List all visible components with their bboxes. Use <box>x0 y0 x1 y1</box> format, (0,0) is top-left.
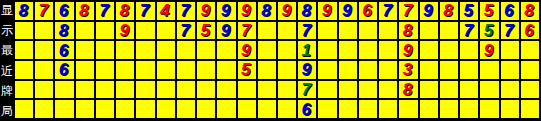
board-cell-r6c4 <box>76 100 94 118</box>
board-cell-r6c13 <box>258 100 276 118</box>
board-cell-r5c17 <box>339 81 357 99</box>
board-cell-r5c15: 7 <box>298 81 316 99</box>
board-cell-r4c17 <box>339 61 357 79</box>
board-cell-r6c11 <box>217 100 235 118</box>
board-cell-r1c5: 7 <box>96 2 114 20</box>
result-digit: 8 <box>18 2 27 19</box>
board-cell-r5c4 <box>76 81 94 99</box>
board-cell-r3c4 <box>76 41 94 59</box>
board-cell-r5c8 <box>157 81 175 99</box>
board-cell-r6c12 <box>238 100 256 118</box>
board-cell-r2c3: 8 <box>55 22 73 40</box>
board-cell-r2c16 <box>318 22 336 40</box>
board-cell-r4c7 <box>136 61 154 79</box>
board-cell-r4c4 <box>76 61 94 79</box>
board-cell-r5c13 <box>258 81 276 99</box>
board-cell-r5c1 <box>15 81 33 99</box>
board-cell-r6c6 <box>116 100 134 118</box>
board-cell-r4c25 <box>501 61 519 79</box>
title-char-1: 显 <box>0 0 14 20</box>
board-cell-r6c7 <box>136 100 154 118</box>
result-digit: 7 <box>140 2 149 19</box>
board-cell-r3c26 <box>521 41 539 59</box>
board-cell-r5c24 <box>480 81 498 99</box>
board-cell-r1c9: 7 <box>177 2 195 20</box>
board-cell-r6c8 <box>157 100 175 118</box>
board-cell-r4c2 <box>35 61 53 79</box>
board-cell-r4c8 <box>157 61 175 79</box>
board-cell-r2c8 <box>157 22 175 40</box>
board-cell-r6c18 <box>359 100 377 118</box>
result-digit: 7 <box>504 22 513 39</box>
board-cell-r5c22 <box>440 81 458 99</box>
board-cell-r3c15: 1 <box>298 41 316 59</box>
board-cell-r2c14 <box>278 22 296 40</box>
board-cell-r3c5 <box>96 41 114 59</box>
title-char-2: 示 <box>0 20 14 40</box>
board-cell-r5c23 <box>460 81 478 99</box>
board-cell-r3c18 <box>359 41 377 59</box>
result-digit: 6 <box>524 22 533 39</box>
board-cell-r3c3: 6 <box>55 41 73 59</box>
result-digit: 9 <box>281 2 290 19</box>
board-cell-r3c21 <box>420 41 438 59</box>
board-cell-r5c5 <box>96 81 114 99</box>
board-cell-r2c19 <box>379 22 397 40</box>
board-cell-r1c8: 4 <box>157 2 175 20</box>
board-cell-r3c9 <box>177 41 195 59</box>
board-cell-r3c11 <box>217 41 235 59</box>
board-cell-r6c5 <box>96 100 114 118</box>
board-cell-r5c25 <box>501 81 519 99</box>
board-cell-r5c14 <box>278 81 296 99</box>
board-cell-r6c17 <box>339 100 357 118</box>
board-cell-r3c24: 9 <box>480 41 498 59</box>
board-cell-r6c25 <box>501 100 519 118</box>
result-digit: 7 <box>39 2 48 19</box>
result-digit: 8 <box>120 2 129 19</box>
board-cell-r3c1 <box>15 41 33 59</box>
result-digit: 8 <box>403 81 412 98</box>
board-cell-r1c1: 8 <box>15 2 33 20</box>
board-cell-r5c9 <box>177 81 195 99</box>
board-cell-r6c15: 6 <box>298 100 316 118</box>
result-digit: 8 <box>59 22 68 39</box>
board-cell-r1c13: 8 <box>258 2 276 20</box>
board-cell-r3c10 <box>197 41 215 59</box>
board-cell-r3c25 <box>501 41 519 59</box>
board-cell-r1c17: 9 <box>339 2 357 20</box>
board-cell-r2c13 <box>258 22 276 40</box>
result-digit: 8 <box>79 2 88 19</box>
result-digit: 9 <box>221 2 230 19</box>
board-cell-r4c18 <box>359 61 377 79</box>
result-digit: 6 <box>59 2 68 19</box>
board-cell-r3c12: 9 <box>238 41 256 59</box>
board-cell-r2c6: 9 <box>116 22 134 40</box>
board-cell-r2c17 <box>339 22 357 40</box>
result-digit: 6 <box>59 61 68 78</box>
board-cell-r4c5 <box>96 61 114 79</box>
board-cell-r4c24 <box>480 61 498 79</box>
board-cell-r6c9 <box>177 100 195 118</box>
result-digit: 9 <box>200 2 209 19</box>
board-cell-r4c21 <box>420 61 438 79</box>
board-cell-r5c16 <box>318 81 336 99</box>
board-cell-r6c22 <box>440 100 458 118</box>
result-digit: 9 <box>403 42 412 59</box>
board-cell-r1c10: 9 <box>197 2 215 20</box>
board-cell-r6c23 <box>460 100 478 118</box>
result-digit: 7 <box>302 22 311 39</box>
board-cell-r5c11 <box>217 81 235 99</box>
result-digit: 8 <box>403 22 412 39</box>
board-cell-r1c12: 9 <box>238 2 256 20</box>
board-cell-r2c2 <box>35 22 53 40</box>
board-cell-r1c3: 6 <box>55 2 73 20</box>
board-cell-r4c9 <box>177 61 195 79</box>
board-cell-r3c20: 9 <box>399 41 417 59</box>
result-digit: 7 <box>463 22 472 39</box>
result-digit: 1 <box>302 42 311 59</box>
board-cell-r1c21: 9 <box>420 2 438 20</box>
board-cell-r5c6 <box>116 81 134 99</box>
board-cell-r6c19 <box>379 100 397 118</box>
result-digit: 8 <box>302 2 311 19</box>
board-cell-r2c20: 8 <box>399 22 417 40</box>
board-cell-r3c19 <box>379 41 397 59</box>
result-digit: 9 <box>342 2 351 19</box>
board-cell-r2c4 <box>76 22 94 40</box>
board-cell-r6c3 <box>55 100 73 118</box>
board-cell-r4c6 <box>116 61 134 79</box>
board-cell-r1c15: 8 <box>298 2 316 20</box>
board-cell-r5c18 <box>359 81 377 99</box>
board-cell-r1c11: 9 <box>217 2 235 20</box>
title-char-3: 最 <box>0 40 14 60</box>
board-cell-r6c21 <box>420 100 438 118</box>
board-cell-r6c1 <box>15 100 33 118</box>
board-cell-r3c22 <box>440 41 458 59</box>
result-digit: 9 <box>241 2 250 19</box>
board-cell-r1c19: 7 <box>379 2 397 20</box>
result-digit: 4 <box>160 2 169 19</box>
result-digit: 6 <box>59 42 68 59</box>
board-cell-r5c19 <box>379 81 397 99</box>
board-cell-r1c23: 5 <box>460 2 478 20</box>
board-cell-r2c5 <box>96 22 114 40</box>
result-digit: 9 <box>302 61 311 78</box>
board-cell-r6c24 <box>480 100 498 118</box>
board-cell-r2c23: 7 <box>460 22 478 40</box>
board-cell-r2c1 <box>15 22 33 40</box>
result-digit: 5 <box>463 2 472 19</box>
board-cell-r6c10 <box>197 100 215 118</box>
result-digit: 6 <box>362 2 371 19</box>
result-digit: 9 <box>241 42 250 59</box>
board-cell-r1c26: 8 <box>521 2 539 20</box>
board-cell-r2c24: 5 <box>480 22 498 40</box>
result-digit: 7 <box>302 81 311 98</box>
board-cell-r1c20: 7 <box>399 2 417 20</box>
board-cell-r4c23 <box>460 61 478 79</box>
result-digit: 9 <box>120 22 129 39</box>
board-cell-r6c26 <box>521 100 539 118</box>
board-cell-r1c14: 9 <box>278 2 296 20</box>
board-cell-r4c14 <box>278 61 296 79</box>
board-cell-r1c22: 8 <box>440 2 458 20</box>
board-cell-r4c3: 6 <box>55 61 73 79</box>
board-cell-r3c17 <box>339 41 357 59</box>
result-digit: 8 <box>261 2 270 19</box>
board-cell-r3c13 <box>258 41 276 59</box>
board-cell-r4c20: 3 <box>399 61 417 79</box>
board-cell-r6c16 <box>318 100 336 118</box>
board-cell-r1c7: 7 <box>136 2 154 20</box>
result-digit: 7 <box>383 2 392 19</box>
title-char-6: 局 <box>0 101 14 121</box>
result-digit: 7 <box>403 2 412 19</box>
board-cell-r3c23 <box>460 41 478 59</box>
board-cell-r1c16: 9 <box>318 2 336 20</box>
result-digit: 5 <box>200 22 209 39</box>
board-cell-r2c18 <box>359 22 377 40</box>
board-cell-r4c13 <box>258 61 276 79</box>
result-digit: 6 <box>504 2 513 19</box>
result-digit: 9 <box>423 2 432 19</box>
result-digit: 8 <box>443 2 452 19</box>
board-cell-r6c20 <box>399 100 417 118</box>
recent-games-board: 显示最近牌局 876878747999898996779855688975977… <box>0 0 541 121</box>
board-cell-r1c25: 6 <box>501 2 519 20</box>
board-cell-r4c22 <box>440 61 458 79</box>
board-cell-r3c6 <box>116 41 134 59</box>
board-cell-r2c25: 7 <box>501 22 519 40</box>
result-digit: 9 <box>221 22 230 39</box>
board-cell-r3c7 <box>136 41 154 59</box>
board-cell-r3c14 <box>278 41 296 59</box>
result-digit: 7 <box>241 22 250 39</box>
result-digit: 7 <box>180 22 189 39</box>
result-digit: 9 <box>322 2 331 19</box>
title-char-5: 牌 <box>0 81 14 101</box>
board-cell-r5c2 <box>35 81 53 99</box>
title-char-4: 近 <box>0 61 14 81</box>
result-digit: 5 <box>484 22 493 39</box>
board-cell-r4c19 <box>379 61 397 79</box>
board-cell-r6c2 <box>35 100 53 118</box>
board-cell-r2c9: 7 <box>177 22 195 40</box>
board-cell-r5c26 <box>521 81 539 99</box>
board-cell-r3c16 <box>318 41 336 59</box>
result-digit: 5 <box>484 2 493 19</box>
result-digit: 8 <box>524 2 533 19</box>
board-cell-r1c18: 6 <box>359 2 377 20</box>
game-history-grid: 8768787479998989967798556889759778757669… <box>14 0 541 121</box>
board-cell-r4c10 <box>197 61 215 79</box>
board-cell-r3c8 <box>157 41 175 59</box>
board-cell-r5c7 <box>136 81 154 99</box>
result-digit: 7 <box>99 2 108 19</box>
board-cell-r1c24: 5 <box>480 2 498 20</box>
result-digit: 5 <box>241 61 250 78</box>
board-cell-r6c14 <box>278 100 296 118</box>
board-cell-r4c12: 5 <box>238 61 256 79</box>
board-cell-r5c10 <box>197 81 215 99</box>
board-cell-r5c20: 8 <box>399 81 417 99</box>
board-cell-r2c15: 7 <box>298 22 316 40</box>
board-cell-r1c6: 8 <box>116 2 134 20</box>
board-cell-r1c2: 7 <box>35 2 53 20</box>
board-cell-r4c1 <box>15 61 33 79</box>
board-cell-r5c12 <box>238 81 256 99</box>
board-cell-r2c7 <box>136 22 154 40</box>
board-cell-r5c3 <box>55 81 73 99</box>
board-cell-r2c21 <box>420 22 438 40</box>
result-digit: 3 <box>403 61 412 78</box>
result-digit: 7 <box>180 2 189 19</box>
board-cell-r2c10: 5 <box>197 22 215 40</box>
board-cell-r1c4: 8 <box>76 2 94 20</box>
board-title-vertical: 显示最近牌局 <box>0 0 14 121</box>
board-cell-r2c22 <box>440 22 458 40</box>
result-digit: 9 <box>484 42 493 59</box>
board-cell-r4c11 <box>217 61 235 79</box>
board-cell-r4c16 <box>318 61 336 79</box>
board-cell-r5c21 <box>420 81 438 99</box>
board-cell-r4c15: 9 <box>298 61 316 79</box>
board-cell-r2c12: 7 <box>238 22 256 40</box>
board-cell-r3c2 <box>35 41 53 59</box>
result-digit: 6 <box>302 101 311 118</box>
board-cell-r2c11: 9 <box>217 22 235 40</box>
board-cell-r4c26 <box>521 61 539 79</box>
board-cell-r2c26: 6 <box>521 22 539 40</box>
